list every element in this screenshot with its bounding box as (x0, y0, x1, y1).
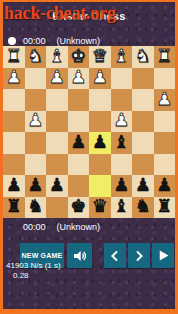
square[interactable]: ♜ (154, 46, 176, 68)
square[interactable] (46, 111, 68, 133)
square[interactable]: ♟ (154, 89, 176, 111)
white-player-label: (Unknown) (57, 36, 101, 46)
black-clock-time: 00:00 (23, 222, 46, 232)
square[interactable]: ♟ (25, 111, 47, 133)
black-pawn: ♟ (135, 176, 151, 194)
black-pawn: ♟ (49, 176, 65, 194)
square[interactable] (68, 89, 90, 111)
engine-nps: 41903 N/s (1 s) (6, 261, 61, 271)
square[interactable]: ♟ (111, 111, 133, 133)
white-rook: ♜ (6, 47, 22, 65)
square[interactable]: ♟ (68, 132, 90, 154)
square[interactable]: ♜ (3, 197, 25, 219)
back-button[interactable] (104, 243, 126, 268)
square[interactable]: ♛ (89, 46, 111, 68)
square[interactable]: ♟ (111, 175, 133, 197)
square[interactable] (154, 154, 176, 176)
white-clock-time: 00:00 (23, 36, 46, 46)
black-queen: ♛ (92, 197, 108, 215)
black-pawn: ♟ (6, 176, 22, 194)
square[interactable] (3, 111, 25, 133)
white-knight: ♞ (27, 47, 43, 65)
square[interactable] (25, 154, 47, 176)
square[interactable] (25, 132, 47, 154)
white-king: ♚ (70, 47, 86, 65)
sound-button[interactable] (67, 243, 92, 268)
square[interactable] (46, 154, 68, 176)
square[interactable] (154, 111, 176, 133)
speaker-icon (72, 248, 88, 264)
square[interactable] (89, 111, 111, 133)
square[interactable] (89, 175, 111, 197)
square[interactable] (89, 89, 111, 111)
square[interactable] (68, 111, 90, 133)
square[interactable]: ♟ (132, 175, 154, 197)
white-rook: ♜ (156, 47, 172, 65)
square[interactable] (68, 175, 90, 197)
square[interactable] (132, 68, 154, 90)
black-bishop: ♝ (113, 197, 129, 215)
black-player-label: (Unknown) (57, 222, 101, 232)
forward-button[interactable] (128, 243, 150, 268)
move-indicator (8, 37, 16, 45)
square[interactable]: ♟ (89, 68, 111, 90)
square[interactable] (46, 132, 68, 154)
white-knight: ♞ (135, 47, 151, 65)
square[interactable]: ♛ (89, 197, 111, 219)
square[interactable]: ♞ (25, 46, 47, 68)
square[interactable] (46, 89, 68, 111)
square[interactable] (132, 111, 154, 133)
black-king: ♚ (70, 197, 86, 215)
square[interactable]: ♝ (111, 46, 133, 68)
chess-board: ♜♞♝♚♛♝♞♜♟♟♟♟♟♟♟♟♟♝♟♟♟♟♟♟♜♞♚♛♝♞♜ (3, 46, 175, 218)
square[interactable]: ♟ (3, 175, 25, 197)
play-icon (156, 248, 171, 263)
square[interactable] (132, 154, 154, 176)
square[interactable] (132, 132, 154, 154)
black-knight: ♞ (27, 197, 43, 215)
square[interactable] (3, 132, 25, 154)
white-bishop: ♝ (113, 47, 129, 65)
chevron-left-icon (108, 249, 122, 263)
white-pawn: ♟ (6, 68, 22, 86)
black-bishop: ♝ (113, 133, 129, 151)
white-pawn: ♟ (92, 68, 108, 86)
square[interactable]: ♝ (46, 46, 68, 68)
square[interactable] (111, 154, 133, 176)
square[interactable]: ♟ (25, 175, 47, 197)
app-window: { "app_title": "Ekstar Chess", "watermar… (0, 0, 178, 314)
square[interactable]: ♝ (111, 132, 133, 154)
square[interactable] (25, 89, 47, 111)
square[interactable] (46, 197, 68, 219)
square[interactable] (89, 154, 111, 176)
square[interactable]: ♝ (111, 197, 133, 219)
white-pawn: ♟ (27, 111, 43, 129)
white-pawn: ♟ (113, 111, 129, 129)
app-screen: Ekstar Chess 00:00 (Unknown) ♜♞♝♚♛♝♞♜♟♟♟… (3, 2, 175, 309)
black-pawn: ♟ (92, 133, 108, 151)
square[interactable]: ♟ (3, 68, 25, 90)
square[interactable] (111, 89, 133, 111)
square[interactable]: ♞ (25, 197, 47, 219)
white-pawn: ♟ (49, 68, 65, 86)
white-queen: ♛ (92, 47, 108, 65)
square[interactable]: ♚ (68, 46, 90, 68)
square[interactable] (111, 68, 133, 90)
square[interactable]: ♜ (3, 46, 25, 68)
square[interactable] (3, 89, 25, 111)
chevron-right-icon (132, 249, 146, 263)
engine-eval: 0.28 (13, 271, 61, 281)
square[interactable]: ♟ (154, 175, 176, 197)
black-clock-row: 00:00 (Unknown) (8, 222, 100, 232)
square[interactable]: ♟ (89, 132, 111, 154)
white-clock-row: 00:00 (Unknown) (8, 36, 100, 46)
square[interactable] (132, 89, 154, 111)
square[interactable]: ♜ (154, 197, 176, 219)
square[interactable] (154, 132, 176, 154)
square[interactable]: ♞ (132, 46, 154, 68)
square[interactable] (68, 154, 90, 176)
black-pawn: ♟ (70, 133, 86, 151)
black-pawn: ♟ (156, 176, 172, 194)
square[interactable]: ♞ (132, 197, 154, 219)
play-button[interactable] (152, 243, 174, 268)
square[interactable] (154, 68, 176, 90)
square[interactable] (25, 68, 47, 90)
square[interactable]: ♟ (46, 175, 68, 197)
square[interactable]: ♟ (68, 68, 90, 90)
white-pawn: ♟ (156, 90, 172, 108)
black-knight: ♞ (135, 197, 151, 215)
black-rook: ♜ (156, 197, 172, 215)
white-pawn: ♟ (70, 68, 86, 86)
square[interactable]: ♟ (46, 68, 68, 90)
square[interactable] (3, 154, 25, 176)
watermark: hack-cheat.org (4, 3, 116, 24)
black-rook: ♜ (6, 197, 22, 215)
black-pawn: ♟ (27, 176, 43, 194)
square[interactable]: ♚ (68, 197, 90, 219)
black-pawn: ♟ (113, 176, 129, 194)
engine-stats: 41903 N/s (1 s) 0.28 (6, 261, 61, 281)
white-bishop: ♝ (49, 47, 65, 65)
